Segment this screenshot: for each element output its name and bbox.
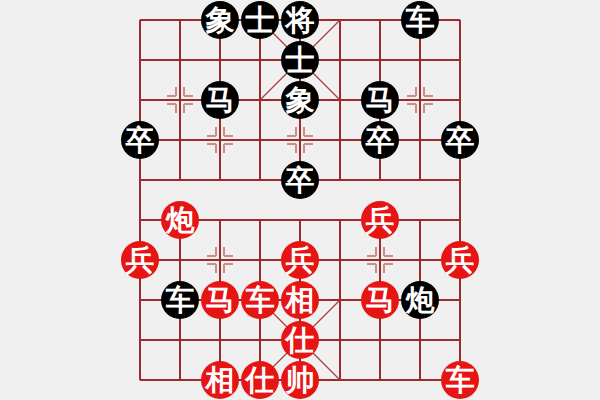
point-e0[interactable]: 将 bbox=[280, 0, 320, 40]
point-b2[interactable] bbox=[160, 80, 200, 120]
piece-black-elephant-c0[interactable]: 象 bbox=[201, 1, 239, 39]
point-f6[interactable] bbox=[320, 240, 360, 280]
point-c6[interactable] bbox=[200, 240, 240, 280]
piece-red-elephant-c9[interactable]: 相 bbox=[201, 361, 239, 399]
point-d4[interactable] bbox=[240, 160, 280, 200]
point-g2[interactable]: 马 bbox=[360, 80, 400, 120]
piece-black-soldier-e4[interactable]: 卒 bbox=[281, 161, 319, 199]
point-h3[interactable] bbox=[400, 120, 440, 160]
piece-red-horse-c7[interactable]: 马 bbox=[201, 281, 239, 319]
point-e1[interactable]: 士 bbox=[280, 40, 320, 80]
point-h0[interactable]: 车 bbox=[400, 0, 440, 40]
point-c5[interactable] bbox=[200, 200, 240, 240]
point-i1[interactable] bbox=[440, 40, 480, 80]
point-a1[interactable] bbox=[120, 40, 160, 80]
point-f5[interactable] bbox=[320, 200, 360, 240]
point-h2[interactable] bbox=[400, 80, 440, 120]
point-g3[interactable]: 卒 bbox=[360, 120, 400, 160]
point-f1[interactable] bbox=[320, 40, 360, 80]
point-d0[interactable]: 士 bbox=[240, 0, 280, 40]
point-e5[interactable] bbox=[280, 200, 320, 240]
piece-black-advisor-d0[interactable]: 士 bbox=[241, 1, 279, 39]
point-g1[interactable] bbox=[360, 40, 400, 80]
point-d6[interactable] bbox=[240, 240, 280, 280]
point-i7[interactable] bbox=[440, 280, 480, 320]
piece-red-advisor-e8[interactable]: 仕 bbox=[281, 321, 319, 359]
board-points-grid: 象士将车士马象马卒卒卒卒炮兵兵兵兵车马车相马炮仕相仕帅车 bbox=[120, 0, 480, 400]
point-c1[interactable] bbox=[200, 40, 240, 80]
point-f8[interactable] bbox=[320, 320, 360, 360]
point-a7[interactable] bbox=[120, 280, 160, 320]
point-e6[interactable]: 兵 bbox=[280, 240, 320, 280]
point-e7[interactable]: 相 bbox=[280, 280, 320, 320]
point-b5[interactable]: 炮 bbox=[160, 200, 200, 240]
piece-black-general-e0[interactable]: 将 bbox=[281, 1, 319, 39]
point-g8[interactable] bbox=[360, 320, 400, 360]
piece-red-advisor-d9[interactable]: 仕 bbox=[241, 361, 279, 399]
point-h8[interactable] bbox=[400, 320, 440, 360]
point-d8[interactable] bbox=[240, 320, 280, 360]
point-h1[interactable] bbox=[400, 40, 440, 80]
piece-red-soldier-g5[interactable]: 兵 bbox=[361, 201, 399, 239]
piece-black-cannon-h7[interactable]: 炮 bbox=[401, 281, 439, 319]
point-i8[interactable] bbox=[440, 320, 480, 360]
point-h5[interactable] bbox=[400, 200, 440, 240]
piece-black-horse-c2[interactable]: 马 bbox=[201, 81, 239, 119]
point-e2[interactable]: 象 bbox=[280, 80, 320, 120]
point-c2[interactable]: 马 bbox=[200, 80, 240, 120]
point-a8[interactable] bbox=[120, 320, 160, 360]
point-e3[interactable] bbox=[280, 120, 320, 160]
point-i6[interactable]: 兵 bbox=[440, 240, 480, 280]
point-b1[interactable] bbox=[160, 40, 200, 80]
point-d9[interactable]: 仕 bbox=[240, 360, 280, 400]
piece-red-general-e9[interactable]: 帅 bbox=[281, 361, 319, 399]
piece-red-chariot-d7[interactable]: 车 bbox=[241, 281, 279, 319]
point-a4[interactable] bbox=[120, 160, 160, 200]
point-d7[interactable]: 车 bbox=[240, 280, 280, 320]
point-g7[interactable]: 马 bbox=[360, 280, 400, 320]
point-c3[interactable] bbox=[200, 120, 240, 160]
point-f9[interactable] bbox=[320, 360, 360, 400]
point-a0[interactable] bbox=[120, 0, 160, 40]
point-i3[interactable]: 卒 bbox=[440, 120, 480, 160]
point-c4[interactable] bbox=[200, 160, 240, 200]
point-a5[interactable] bbox=[120, 200, 160, 240]
point-e4[interactable]: 卒 bbox=[280, 160, 320, 200]
piece-black-horse-g2[interactable]: 马 bbox=[361, 81, 399, 119]
point-b8[interactable] bbox=[160, 320, 200, 360]
point-f2[interactable] bbox=[320, 80, 360, 120]
point-c0[interactable]: 象 bbox=[200, 0, 240, 40]
point-f3[interactable] bbox=[320, 120, 360, 160]
point-b0[interactable] bbox=[160, 0, 200, 40]
point-h4[interactable] bbox=[400, 160, 440, 200]
piece-black-advisor-e1[interactable]: 士 bbox=[281, 41, 319, 79]
point-i9[interactable]: 车 bbox=[440, 360, 480, 400]
piece-red-soldier-i6[interactable]: 兵 bbox=[441, 241, 479, 279]
piece-red-horse-g7[interactable]: 马 bbox=[361, 281, 399, 319]
point-g6[interactable] bbox=[360, 240, 400, 280]
piece-black-soldier-a3[interactable]: 卒 bbox=[121, 121, 159, 159]
point-b9[interactable] bbox=[160, 360, 200, 400]
point-c7[interactable]: 马 bbox=[200, 280, 240, 320]
piece-black-soldier-i3[interactable]: 卒 bbox=[441, 121, 479, 159]
point-d3[interactable] bbox=[240, 120, 280, 160]
xiangqi-board-screenshot: 象士将车士马象马卒卒卒卒炮兵兵兵兵车马车相马炮仕相仕帅车 bbox=[0, 0, 600, 400]
point-g5[interactable]: 兵 bbox=[360, 200, 400, 240]
piece-black-soldier-g3[interactable]: 卒 bbox=[361, 121, 399, 159]
point-i5[interactable] bbox=[440, 200, 480, 240]
point-c8[interactable] bbox=[200, 320, 240, 360]
point-a2[interactable] bbox=[120, 80, 160, 120]
point-b4[interactable] bbox=[160, 160, 200, 200]
point-b3[interactable] bbox=[160, 120, 200, 160]
point-d1[interactable] bbox=[240, 40, 280, 80]
point-a3[interactable]: 卒 bbox=[120, 120, 160, 160]
point-b6[interactable] bbox=[160, 240, 200, 280]
point-f4[interactable] bbox=[320, 160, 360, 200]
piece-red-soldier-a6[interactable]: 兵 bbox=[121, 241, 159, 279]
point-i4[interactable] bbox=[440, 160, 480, 200]
piece-red-elephant-e7[interactable]: 相 bbox=[281, 281, 319, 319]
point-a6[interactable]: 兵 bbox=[120, 240, 160, 280]
piece-red-chariot-i9[interactable]: 车 bbox=[441, 361, 479, 399]
piece-black-chariot-h0[interactable]: 车 bbox=[401, 1, 439, 39]
point-g4[interactable] bbox=[360, 160, 400, 200]
point-g9[interactable] bbox=[360, 360, 400, 400]
piece-red-cannon-b5[interactable]: 炮 bbox=[161, 201, 199, 239]
piece-red-soldier-e6[interactable]: 兵 bbox=[281, 241, 319, 279]
point-h6[interactable] bbox=[400, 240, 440, 280]
point-d5[interactable] bbox=[240, 200, 280, 240]
point-h9[interactable] bbox=[400, 360, 440, 400]
point-i2[interactable] bbox=[440, 80, 480, 120]
point-f0[interactable] bbox=[320, 0, 360, 40]
point-i0[interactable] bbox=[440, 0, 480, 40]
point-h7[interactable]: 炮 bbox=[400, 280, 440, 320]
point-e9[interactable]: 帅 bbox=[280, 360, 320, 400]
point-d2[interactable] bbox=[240, 80, 280, 120]
point-g0[interactable] bbox=[360, 0, 400, 40]
point-b7[interactable]: 车 bbox=[160, 280, 200, 320]
piece-black-chariot-b7[interactable]: 车 bbox=[161, 281, 199, 319]
point-e8[interactable]: 仕 bbox=[280, 320, 320, 360]
piece-black-elephant-e2[interactable]: 象 bbox=[281, 81, 319, 119]
point-f7[interactable] bbox=[320, 280, 360, 320]
point-c9[interactable]: 相 bbox=[200, 360, 240, 400]
point-a9[interactable] bbox=[120, 360, 160, 400]
